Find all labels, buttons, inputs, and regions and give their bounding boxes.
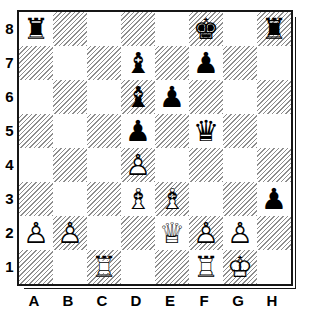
square-h6 — [257, 80, 291, 114]
square-h3: ♟ — [257, 182, 291, 216]
piece-black-bishop: ♝ — [121, 46, 155, 80]
square-b6 — [53, 80, 87, 114]
piece-black-king: ♚ — [189, 12, 223, 46]
white-pawn-outline-glyph: ♙ — [223, 216, 257, 250]
square-a3 — [19, 182, 53, 216]
square-c5 — [87, 114, 121, 148]
file-labels: ABCDEFGH — [17, 292, 293, 309]
square-d2 — [121, 216, 155, 250]
square-d3: ♝♗ — [121, 182, 155, 216]
square-d1 — [121, 250, 155, 284]
file-label-E: E — [153, 292, 187, 309]
square-e1 — [155, 250, 189, 284]
square-h5 — [257, 114, 291, 148]
piece-black-pawn: ♟ — [121, 114, 155, 148]
square-h1 — [257, 250, 291, 284]
piece-white-pawn: ♟♙ — [223, 216, 257, 250]
square-h2 — [257, 216, 291, 250]
square-c7 — [87, 46, 121, 80]
square-e3: ♝♗ — [155, 182, 189, 216]
square-f3 — [189, 182, 223, 216]
square-b5 — [53, 114, 87, 148]
white-pawn-outline-glyph: ♙ — [121, 148, 155, 182]
board-wrap: ♜♚♜♝♟♝♟♟♛♟♙♝♗♝♗♟♟♙♟♙♛♕♟♙♟♙♜♖♜♖♚♔ ABCDEFG… — [17, 10, 293, 309]
piece-black-pawn: ♟ — [257, 182, 291, 216]
white-queen-outline-glyph: ♕ — [155, 216, 189, 250]
square-h8: ♜ — [257, 12, 291, 46]
square-c8 — [87, 12, 121, 46]
white-rook-outline-glyph: ♖ — [189, 250, 223, 284]
black-bishop-glyph: ♝ — [121, 80, 155, 114]
black-pawn-glyph: ♟ — [155, 80, 189, 114]
square-g7 — [223, 46, 257, 80]
black-rook-glyph: ♜ — [19, 12, 53, 46]
black-queen-glyph: ♛ — [189, 114, 223, 148]
white-bishop-outline-glyph: ♗ — [121, 182, 155, 216]
square-g8 — [223, 12, 257, 46]
rank-label-6: 6 — [2, 80, 17, 114]
square-f7: ♟ — [189, 46, 223, 80]
piece-white-pawn: ♟♙ — [189, 216, 223, 250]
square-b2: ♟♙ — [53, 216, 87, 250]
square-e2: ♛♕ — [155, 216, 189, 250]
square-e4 — [155, 148, 189, 182]
piece-white-queen: ♛♕ — [155, 216, 189, 250]
piece-white-pawn: ♟♙ — [121, 148, 155, 182]
file-label-B: B — [51, 292, 85, 309]
piece-white-bishop: ♝♗ — [155, 182, 189, 216]
square-d8 — [121, 12, 155, 46]
square-d7: ♝ — [121, 46, 155, 80]
black-king-glyph: ♚ — [189, 12, 223, 46]
square-f1: ♜♖ — [189, 250, 223, 284]
square-f2: ♟♙ — [189, 216, 223, 250]
piece-black-queen: ♛ — [189, 114, 223, 148]
file-label-H: H — [255, 292, 289, 309]
piece-white-pawn: ♟♙ — [19, 216, 53, 250]
white-rook-outline-glyph: ♖ — [87, 250, 121, 284]
square-f6 — [189, 80, 223, 114]
square-b7 — [53, 46, 87, 80]
rank-label-4: 4 — [2, 148, 17, 182]
chess-diagram: 87654321 ♜♚♜♝♟♝♟♟♛♟♙♝♗♝♗♟♟♙♟♙♛♕♟♙♟♙♜♖♜♖♚… — [2, 10, 293, 309]
square-a1 — [19, 250, 53, 284]
rank-label-8: 8 — [2, 12, 17, 46]
white-pawn-outline-glyph: ♙ — [19, 216, 53, 250]
square-f8: ♚ — [189, 12, 223, 46]
square-c6 — [87, 80, 121, 114]
square-e5 — [155, 114, 189, 148]
file-label-C: C — [85, 292, 119, 309]
white-pawn-outline-glyph: ♙ — [189, 216, 223, 250]
rank-label-7: 7 — [2, 46, 17, 80]
piece-white-rook: ♜♖ — [189, 250, 223, 284]
rank-label-1: 1 — [2, 250, 17, 284]
piece-white-pawn: ♟♙ — [53, 216, 87, 250]
square-a5 — [19, 114, 53, 148]
black-pawn-glyph: ♟ — [257, 182, 291, 216]
piece-black-bishop: ♝ — [121, 80, 155, 114]
square-c1: ♜♖ — [87, 250, 121, 284]
piece-white-rook: ♜♖ — [87, 250, 121, 284]
white-bishop-outline-glyph: ♗ — [155, 182, 189, 216]
square-g3 — [223, 182, 257, 216]
square-f5: ♛ — [189, 114, 223, 148]
black-pawn-glyph: ♟ — [189, 46, 223, 80]
piece-black-rook: ♜ — [257, 12, 291, 46]
black-rook-glyph: ♜ — [257, 12, 291, 46]
square-g1: ♚♔ — [223, 250, 257, 284]
square-b4 — [53, 148, 87, 182]
square-d4: ♟♙ — [121, 148, 155, 182]
piece-black-rook: ♜ — [19, 12, 53, 46]
chess-board: ♜♚♜♝♟♝♟♟♛♟♙♝♗♝♗♟♟♙♟♙♛♕♟♙♟♙♜♖♜♖♚♔ — [17, 10, 293, 286]
square-f4 — [189, 148, 223, 182]
file-label-D: D — [119, 292, 153, 309]
square-c4 — [87, 148, 121, 182]
piece-black-pawn: ♟ — [189, 46, 223, 80]
chess-diagram-page: 87654321 ♜♚♜♝♟♝♟♟♛♟♙♝♗♝♗♟♟♙♟♙♛♕♟♙♟♙♜♖♜♖♚… — [0, 0, 314, 320]
square-e6: ♟ — [155, 80, 189, 114]
square-c2 — [87, 216, 121, 250]
piece-black-pawn: ♟ — [155, 80, 189, 114]
square-g5 — [223, 114, 257, 148]
white-king-outline-glyph: ♔ — [223, 250, 257, 284]
square-d6: ♝ — [121, 80, 155, 114]
rank-label-3: 3 — [2, 182, 17, 216]
square-c3 — [87, 182, 121, 216]
square-a6 — [19, 80, 53, 114]
square-a7 — [19, 46, 53, 80]
square-d5: ♟ — [121, 114, 155, 148]
white-pawn-outline-glyph: ♙ — [53, 216, 87, 250]
file-label-F: F — [187, 292, 221, 309]
file-label-A: A — [17, 292, 51, 309]
square-e8 — [155, 12, 189, 46]
black-bishop-glyph: ♝ — [121, 46, 155, 80]
rank-labels: 87654321 — [2, 12, 17, 284]
black-pawn-glyph: ♟ — [121, 114, 155, 148]
square-b1 — [53, 250, 87, 284]
square-a8: ♜ — [19, 12, 53, 46]
piece-white-king: ♚♔ — [223, 250, 257, 284]
square-a4 — [19, 148, 53, 182]
piece-white-bishop: ♝♗ — [121, 182, 155, 216]
rank-label-2: 2 — [2, 216, 17, 250]
square-g6 — [223, 80, 257, 114]
square-h7 — [257, 46, 291, 80]
square-b3 — [53, 182, 87, 216]
square-e7 — [155, 46, 189, 80]
square-a2: ♟♙ — [19, 216, 53, 250]
square-g2: ♟♙ — [223, 216, 257, 250]
file-label-G: G — [221, 292, 255, 309]
square-h4 — [257, 148, 291, 182]
rank-label-5: 5 — [2, 114, 17, 148]
square-b8 — [53, 12, 87, 46]
square-g4 — [223, 148, 257, 182]
